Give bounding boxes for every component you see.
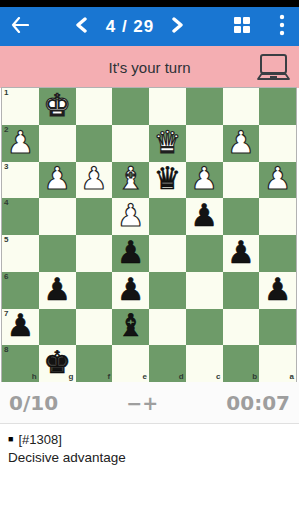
square-e7[interactable]: ♝ (112, 309, 149, 346)
rank-label-4: 4 (4, 198, 8, 208)
next-puzzle-button[interactable] (169, 7, 187, 46)
square-g4[interactable] (39, 198, 76, 235)
square-e6[interactable]: ♟ (112, 272, 149, 309)
puzzle-theme: Decisive advantage (8, 450, 126, 465)
stats-row: 0/10 −+ 00:07 (0, 382, 299, 423)
piece-wP-c3[interactable]: ♟ (190, 163, 218, 194)
chevron-right-icon (172, 17, 184, 37)
square-e8[interactable]: e (112, 345, 149, 382)
square-h6[interactable]: 6 (2, 272, 39, 309)
app-screen: 4 / 29 It's your turn (0, 0, 299, 512)
square-g2[interactable] (39, 125, 76, 162)
piece-wP-h2[interactable]: ♟ (6, 127, 34, 158)
square-d3[interactable]: ♛ (149, 162, 186, 199)
piece-wK-g1[interactable]: ♚ (43, 90, 71, 121)
piece-bP-e5[interactable]: ♟ (117, 237, 145, 268)
piece-bP-c4[interactable]: ♟ (190, 200, 218, 231)
square-f5[interactable] (76, 235, 113, 272)
piece-wP-g3[interactable]: ♟ (43, 163, 71, 194)
puzzle-id-line: ■ [#1308] (8, 431, 126, 447)
back-arrow-icon (11, 17, 29, 37)
square-e3[interactable]: ♝ (112, 162, 149, 199)
square-d8[interactable]: d (149, 345, 186, 382)
file-label-b: b (252, 372, 257, 382)
square-a1[interactable] (259, 88, 296, 125)
app-bar: 4 / 29 (0, 7, 299, 46)
square-a7[interactable] (259, 309, 296, 346)
file-label-f: f (108, 372, 111, 382)
piece-bP-g6[interactable]: ♟ (43, 274, 71, 305)
square-d6[interactable] (149, 272, 186, 309)
square-b3[interactable] (223, 162, 260, 199)
square-h1[interactable]: 1 (2, 88, 39, 125)
puzzle-list-button[interactable] (231, 7, 253, 46)
piece-bP-e6[interactable]: ♟ (117, 274, 145, 305)
rank-label-3: 3 (4, 162, 8, 172)
computer-button[interactable] (255, 52, 292, 87)
square-h3[interactable]: 3 (2, 162, 39, 199)
piece-bK-g8[interactable]: ♚ (43, 347, 71, 378)
square-c5[interactable] (186, 235, 223, 272)
square-b8[interactable]: b (223, 345, 260, 382)
piece-bQ-d3[interactable]: ♛ (153, 163, 181, 194)
square-g5[interactable] (39, 235, 76, 272)
square-b5[interactable]: ♟ (223, 235, 260, 272)
square-a2[interactable] (259, 125, 296, 162)
square-a6[interactable]: ♟ (259, 272, 296, 309)
piece-wP-e4[interactable]: ♟ (117, 200, 145, 231)
laptop-icon (255, 69, 292, 86)
square-b1[interactable] (223, 88, 260, 125)
square-g3[interactable]: ♟ (39, 162, 76, 199)
square-f6[interactable] (76, 272, 113, 309)
square-c6[interactable] (186, 272, 223, 309)
piece-wP-f3[interactable]: ♟ (80, 163, 108, 194)
square-d2[interactable]: ♛ (149, 125, 186, 162)
square-c2[interactable] (186, 125, 223, 162)
chess-board: 1♚2♟♛♟3♟♟♝♛♟♟4♟♟5♟♟6♟♟♟7♟♝8hg♚fedcba (1, 87, 297, 383)
square-c7[interactable] (186, 309, 223, 346)
square-f2[interactable] (76, 125, 113, 162)
piece-wB-e3[interactable]: ♝ (117, 163, 145, 194)
piece-bB-e7[interactable]: ♝ (117, 310, 145, 341)
file-label-h: h (32, 372, 37, 382)
overflow-menu-icon (279, 14, 285, 40)
back-button[interactable] (8, 7, 32, 46)
rank-label-8: 8 (4, 345, 8, 355)
file-label-e: e (143, 372, 147, 382)
square-f8[interactable]: f (76, 345, 113, 382)
square-b2[interactable]: ♟ (223, 125, 260, 162)
bullet-icon: ■ (8, 434, 13, 444)
puzzle-info: ■ [#1308] Decisive advantage (8, 431, 126, 465)
square-f1[interactable] (76, 88, 113, 125)
square-b4[interactable] (223, 198, 260, 235)
square-c8[interactable]: c (186, 345, 223, 382)
timer: 00:07 (226, 391, 290, 415)
piece-bP-h7[interactable]: ♟ (6, 310, 34, 341)
file-label-d: d (179, 372, 184, 382)
square-f3[interactable]: ♟ (76, 162, 113, 199)
square-b6[interactable] (223, 272, 260, 309)
square-e1[interactable] (112, 88, 149, 125)
square-d4[interactable] (149, 198, 186, 235)
piece-bP-b5[interactable]: ♟ (227, 237, 255, 268)
puzzle-id: [#1308] (18, 432, 61, 447)
square-e2[interactable] (112, 125, 149, 162)
piece-wP-a3[interactable]: ♟ (264, 163, 292, 194)
square-h7[interactable]: 7♟ (2, 309, 39, 346)
square-a4[interactable] (259, 198, 296, 235)
rank-label-6: 6 (4, 272, 8, 282)
square-g8[interactable]: g♚ (39, 345, 76, 382)
overflow-menu-button[interactable] (272, 7, 292, 46)
square-c4[interactable]: ♟ (186, 198, 223, 235)
evaluation-symbol: −+ (126, 392, 158, 414)
square-e4[interactable]: ♟ (112, 198, 149, 235)
divider (0, 423, 299, 424)
square-f4[interactable] (76, 198, 113, 235)
prev-puzzle-button[interactable] (72, 7, 90, 46)
square-h4[interactable]: 4 (2, 198, 39, 235)
piece-bP-a6[interactable]: ♟ (264, 274, 292, 305)
square-a8[interactable]: a (259, 345, 296, 382)
turn-banner: It's your turn (0, 46, 299, 88)
square-g6[interactable]: ♟ (39, 272, 76, 309)
piece-wP-b2[interactable]: ♟ (227, 127, 255, 158)
square-c1[interactable] (186, 88, 223, 125)
square-a5[interactable] (259, 235, 296, 272)
status-bar (0, 0, 299, 7)
piece-wQ-d2[interactable]: ♛ (153, 127, 181, 158)
square-h2[interactable]: 2♟ (2, 125, 39, 162)
puzzle-counter: 4 / 29 (92, 7, 168, 46)
chevron-left-icon (75, 17, 87, 37)
square-h8[interactable]: 8h (2, 345, 39, 382)
square-d1[interactable] (149, 88, 186, 125)
square-b7[interactable] (223, 309, 260, 346)
square-d5[interactable] (149, 235, 186, 272)
square-g1[interactable]: ♚ (39, 88, 76, 125)
score-counter: 0/10 (9, 391, 58, 415)
square-g7[interactable] (39, 309, 76, 346)
rank-label-5: 5 (4, 235, 8, 245)
square-d7[interactable] (149, 309, 186, 346)
file-label-c: c (216, 372, 220, 382)
rank-label-1: 1 (4, 88, 8, 98)
square-h5[interactable]: 5 (2, 235, 39, 272)
grid-icon (233, 16, 251, 38)
file-label-a: a (290, 372, 294, 382)
square-f7[interactable] (76, 309, 113, 346)
square-c3[interactable]: ♟ (186, 162, 223, 199)
square-a3[interactable]: ♟ (259, 162, 296, 199)
square-e5[interactable]: ♟ (112, 235, 149, 272)
